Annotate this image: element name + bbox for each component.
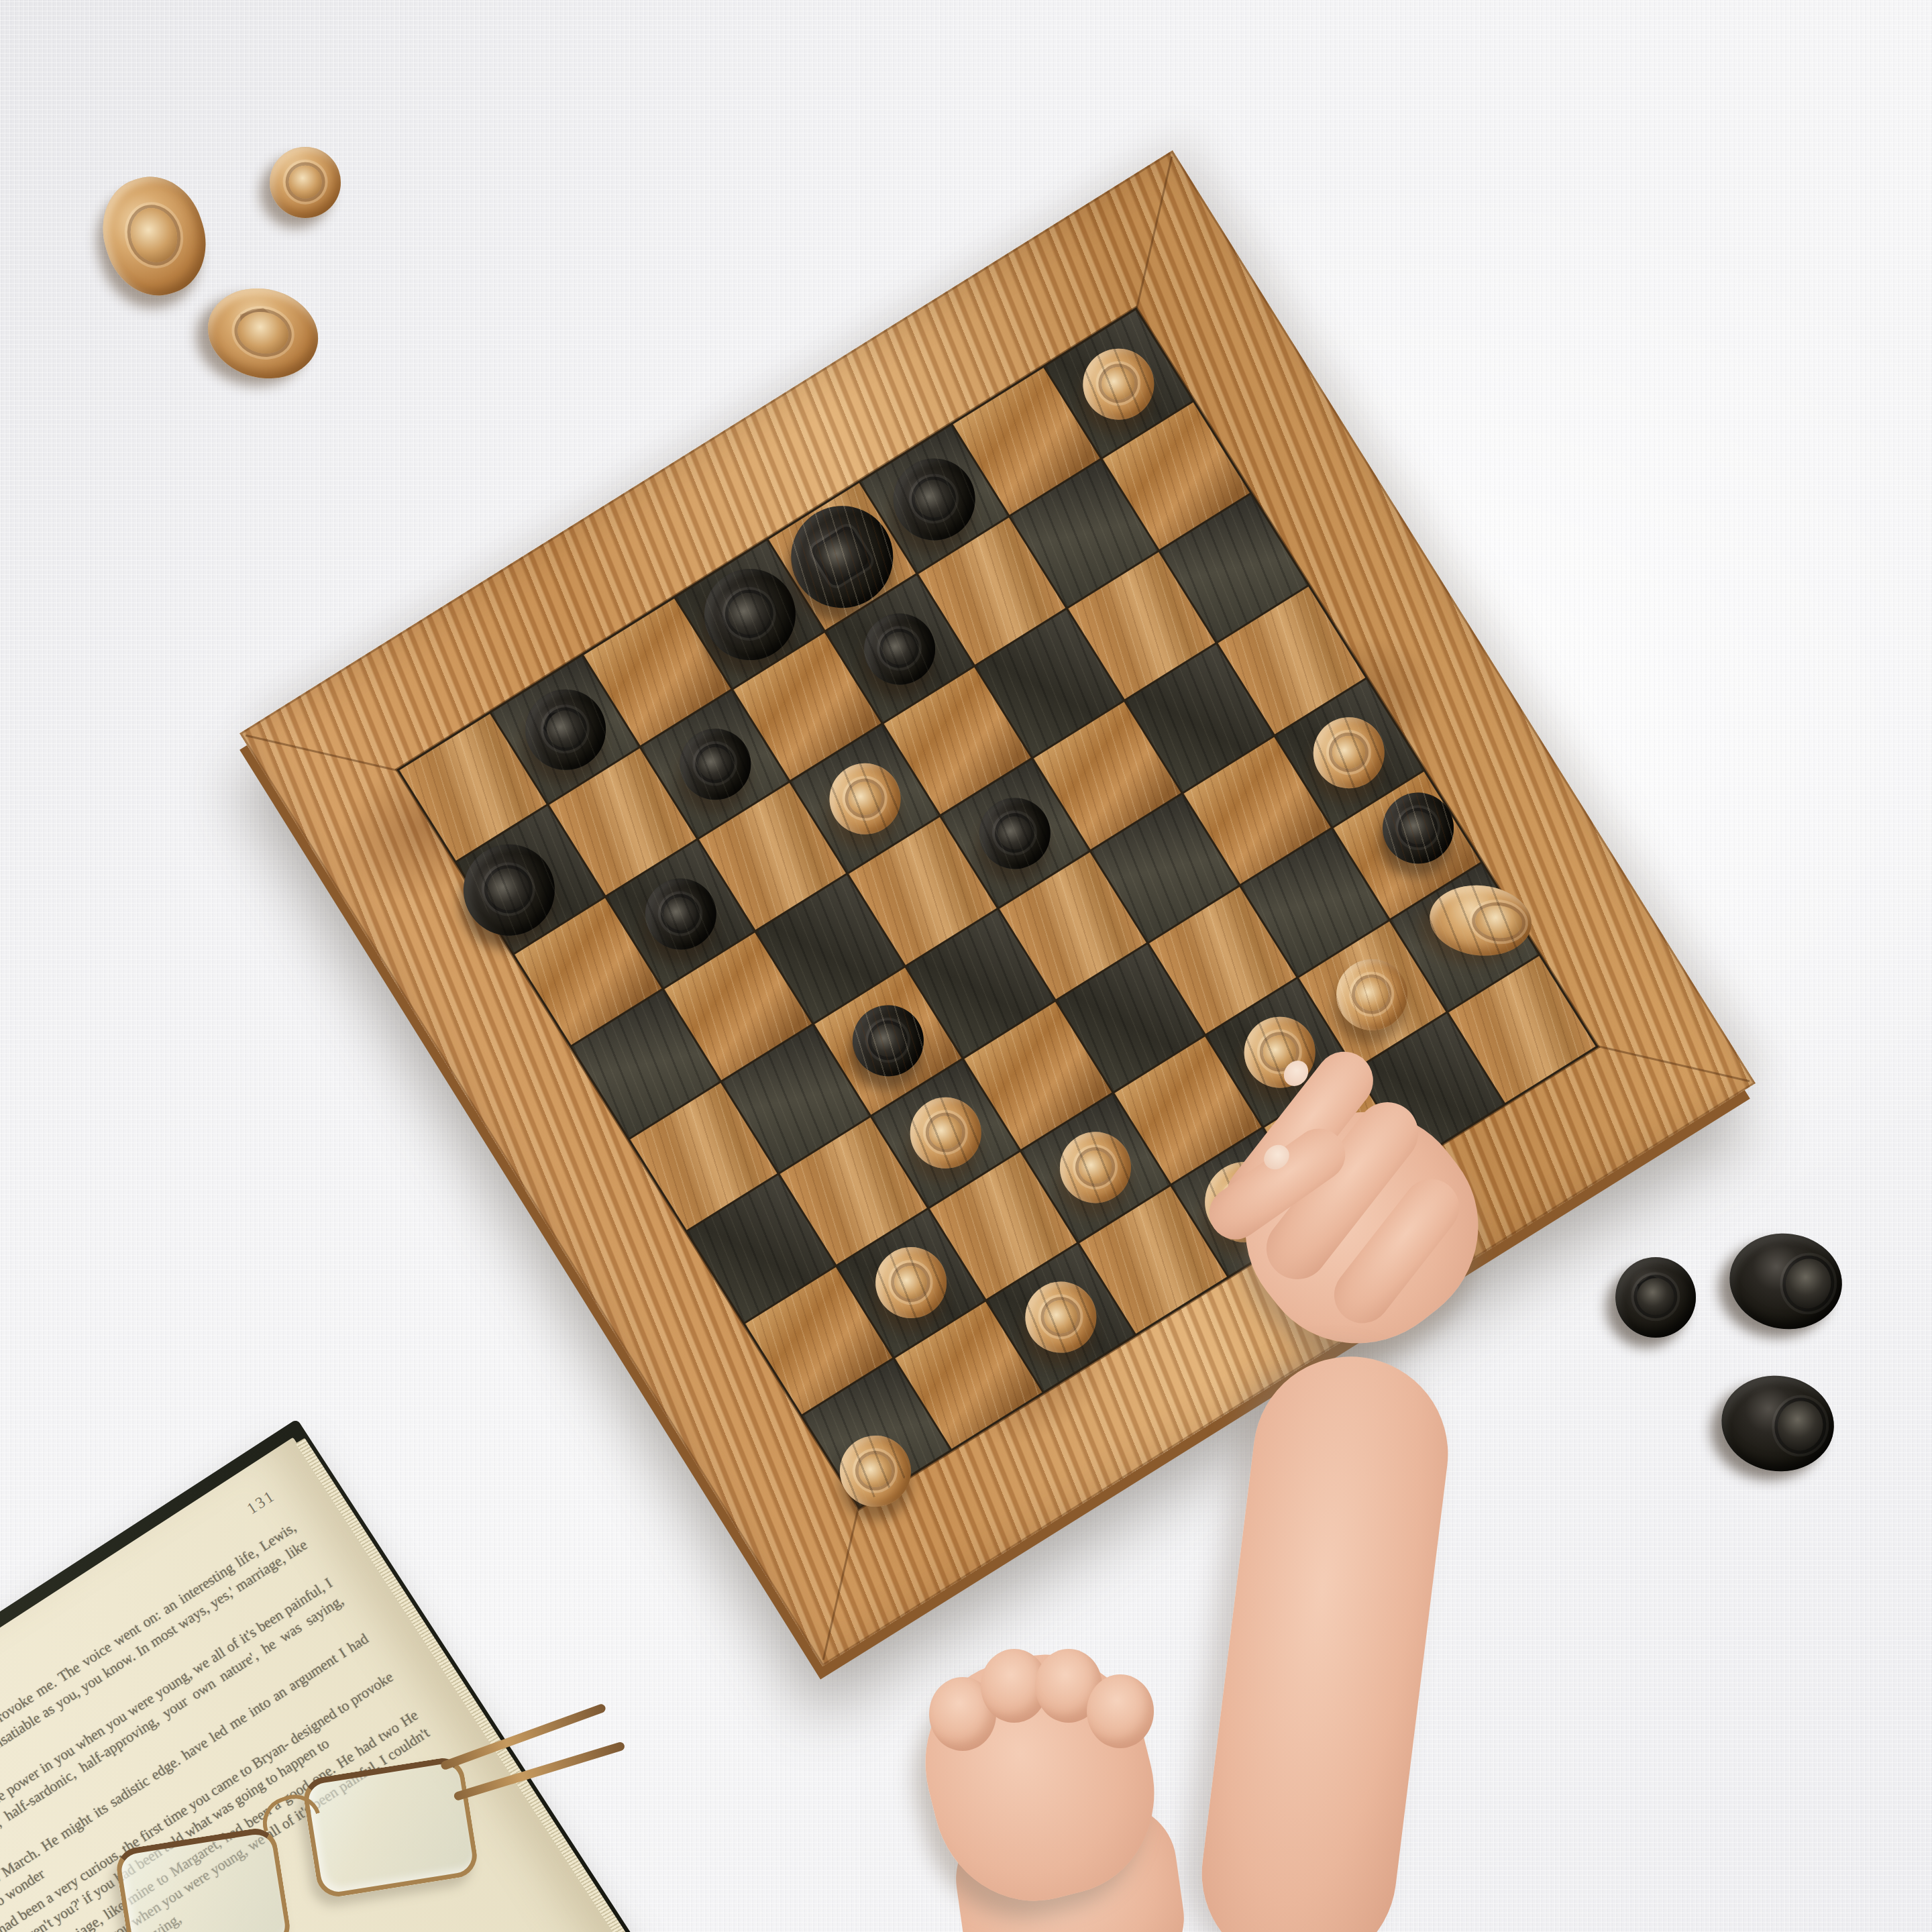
knuckle [1087,1674,1154,1748]
offboard-light-knight-lying[interactable]: ♘ [207,289,319,378]
piece-light-pawn: ♙ [89,164,220,308]
offboard-dark-pawn-tilted-2[interactable]: ♟ [1721,1376,1834,1471]
piece-dark-pawn[interactable]: ♟ [851,600,949,698]
piece-dark-knight[interactable]: ♞ [510,674,621,785]
piece-dark-pawn[interactable]: ♟ [666,715,764,813]
glasses-right-lens [301,1755,480,1900]
piece-dark-pawn[interactable]: ♟ [631,865,729,963]
frame-miter-seam [1586,1042,1750,1082]
offboard-light-pawn-upright[interactable]: ♙ [270,147,341,218]
glasses-left-lens [113,1825,292,1932]
chess-board: ♞♜♚♝♙♜♟♟♟♙♟♟♙♙♟♙♙♙♙♙♙♙♘ [239,150,1756,1666]
frame-miter-seam [1133,156,1173,320]
offboard-dark-knight-upright[interactable]: ♞ [1615,1257,1696,1338]
piece-light-pawn[interactable]: ♙ [1012,1269,1110,1366]
piece-light-pawn[interactable]: ♙ [1069,335,1167,433]
piece-light-pawn[interactable]: ♙ [1046,1119,1144,1217]
frame-miter-seam [822,1496,862,1660]
offboard-dark-pawn-tilted-1[interactable]: ♟ [1729,1234,1842,1329]
piece-light-pawn[interactable]: ♙ [862,1234,960,1332]
piece-light-pawn: ♙ [270,147,341,218]
piece-dark-pawn: ♟ [1715,1368,1840,1479]
right-forearm [1191,1346,1459,1932]
piece-light-pawn[interactable]: ♙ [1323,946,1421,1044]
offboard-light-pawn-leaning[interactable]: ♙ [105,176,204,296]
piece-dark-pawn[interactable]: ♟ [839,992,937,1090]
board-grid: ♞♜♚♝♙♜♟♟♟♙♟♟♙♙♟♙♙♙♙♙♙♙♘ [396,307,1598,1509]
piece-light-knight: ♘ [198,277,327,390]
piece-dark-knight: ♞ [1615,1257,1696,1338]
piece-dark-pawn: ♟ [1723,1226,1848,1336]
piece-light-pawn[interactable]: ♙ [816,750,914,848]
piece-light-pawn[interactable]: ♙ [1300,704,1398,802]
piece-dark-pawn[interactable]: ♟ [966,784,1064,882]
frame-miter-seam [246,735,409,774]
piece-dark-bishop[interactable]: ♝ [877,443,990,555]
scene: The Dark and the Light 131 'very curious… [0,0,1932,1932]
piece-light-pawn[interactable]: ♙ [897,1084,995,1182]
